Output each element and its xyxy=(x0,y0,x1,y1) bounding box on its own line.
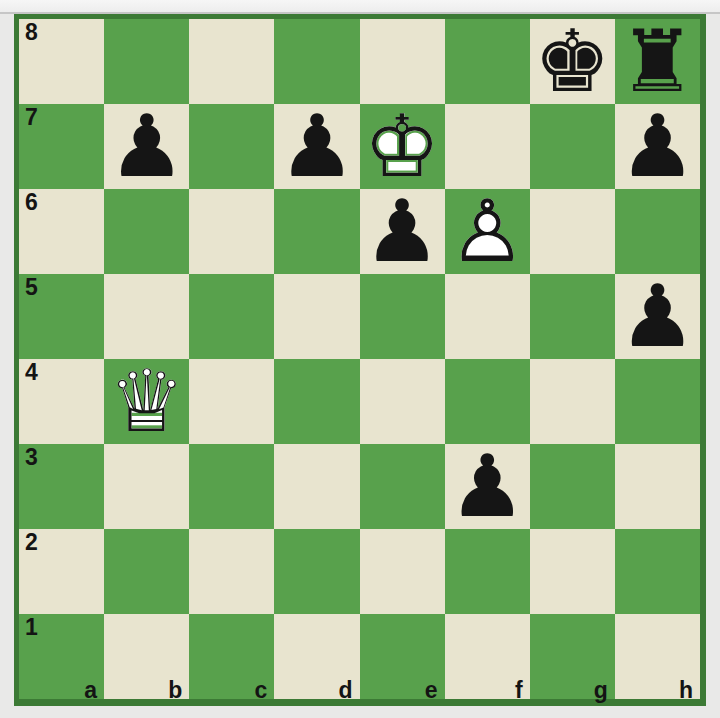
black-pawn[interactable]: ♟ xyxy=(615,274,700,359)
square-d3[interactable] xyxy=(274,444,359,529)
square-g1[interactable]: g xyxy=(530,614,615,699)
square-c2[interactable] xyxy=(189,529,274,614)
square-f7[interactable] xyxy=(445,104,530,189)
file-label-c: c xyxy=(255,677,268,703)
square-c8[interactable] xyxy=(189,19,274,104)
square-e2[interactable] xyxy=(360,529,445,614)
black-rook-glyph: ♜ xyxy=(619,19,696,104)
square-f5[interactable] xyxy=(445,274,530,359)
black-pawn[interactable]: ♟ xyxy=(360,189,445,274)
file-label-f: f xyxy=(515,677,523,703)
square-a8[interactable]: 8 xyxy=(19,19,104,104)
square-e1[interactable]: e xyxy=(360,614,445,699)
square-d4[interactable] xyxy=(274,359,359,444)
square-g4[interactable] xyxy=(530,359,615,444)
black-pawn-glyph: ♟ xyxy=(278,104,355,189)
square-h7[interactable]: ♟ xyxy=(615,104,700,189)
square-g6[interactable] xyxy=(530,189,615,274)
file-label-g: g xyxy=(594,677,608,703)
square-g7[interactable] xyxy=(530,104,615,189)
square-h3[interactable] xyxy=(615,444,700,529)
black-pawn-glyph: ♟ xyxy=(364,189,441,274)
square-b5[interactable] xyxy=(104,274,189,359)
rank-label-3: 3 xyxy=(25,444,38,470)
chess-board-frame: 8♚♜7♟♟♚♔♟6♟♟♙5♟4♛♕3♟21abcdefgh xyxy=(14,14,706,706)
rank-label-2: 2 xyxy=(25,529,38,555)
square-e6[interactable]: ♟ xyxy=(360,189,445,274)
square-d1[interactable]: d xyxy=(274,614,359,699)
black-pawn-glyph: ♟ xyxy=(619,274,696,359)
black-king-glyph: ♚ xyxy=(534,19,611,104)
square-a2[interactable]: 2 xyxy=(19,529,104,614)
rank-label-6: 6 xyxy=(25,189,38,215)
black-pawn-glyph: ♟ xyxy=(449,444,526,529)
square-d2[interactable] xyxy=(274,529,359,614)
square-e3[interactable] xyxy=(360,444,445,529)
square-d7[interactable]: ♟ xyxy=(274,104,359,189)
file-label-b: b xyxy=(168,677,182,703)
square-h6[interactable] xyxy=(615,189,700,274)
square-e4[interactable] xyxy=(360,359,445,444)
square-d5[interactable] xyxy=(274,274,359,359)
square-g2[interactable] xyxy=(530,529,615,614)
square-e5[interactable] xyxy=(360,274,445,359)
square-a6[interactable]: 6 xyxy=(19,189,104,274)
square-f6[interactable]: ♟♙ xyxy=(445,189,530,274)
square-f3[interactable]: ♟ xyxy=(445,444,530,529)
file-label-d: d xyxy=(338,677,352,703)
square-g3[interactable] xyxy=(530,444,615,529)
white-queen[interactable]: ♛♕ xyxy=(104,359,189,444)
square-a5[interactable]: 5 xyxy=(19,274,104,359)
square-a4[interactable]: 4 xyxy=(19,359,104,444)
file-label-e: e xyxy=(425,677,438,703)
chess-board: 8♚♜7♟♟♚♔♟6♟♟♙5♟4♛♕3♟21abcdefgh xyxy=(19,19,700,699)
rank-label-4: 4 xyxy=(25,359,38,385)
square-b4[interactable]: ♛♕ xyxy=(104,359,189,444)
square-h4[interactable] xyxy=(615,359,700,444)
black-pawn[interactable]: ♟ xyxy=(615,104,700,189)
square-g5[interactable] xyxy=(530,274,615,359)
square-d8[interactable] xyxy=(274,19,359,104)
black-rook[interactable]: ♜ xyxy=(615,19,700,104)
square-h8[interactable]: ♜ xyxy=(615,19,700,104)
white-king-outline: ♔ xyxy=(364,104,441,189)
square-h2[interactable] xyxy=(615,529,700,614)
white-pawn[interactable]: ♟♙ xyxy=(445,189,530,274)
top-strip xyxy=(0,0,720,14)
square-b8[interactable] xyxy=(104,19,189,104)
rank-label-8: 8 xyxy=(25,19,38,45)
square-f1[interactable]: f xyxy=(445,614,530,699)
square-c7[interactable] xyxy=(189,104,274,189)
square-g8[interactable]: ♚ xyxy=(530,19,615,104)
black-pawn-glyph: ♟ xyxy=(619,104,696,189)
square-b3[interactable] xyxy=(104,444,189,529)
square-h1[interactable]: h xyxy=(615,614,700,699)
square-f2[interactable] xyxy=(445,529,530,614)
white-queen-outline: ♕ xyxy=(108,359,185,444)
square-d6[interactable] xyxy=(274,189,359,274)
square-a3[interactable]: 3 xyxy=(19,444,104,529)
rank-label-1: 1 xyxy=(25,614,38,640)
square-b7[interactable]: ♟ xyxy=(104,104,189,189)
square-b2[interactable] xyxy=(104,529,189,614)
black-pawn[interactable]: ♟ xyxy=(445,444,530,529)
square-e8[interactable] xyxy=(360,19,445,104)
white-pawn-outline: ♙ xyxy=(449,189,526,274)
square-a1[interactable]: 1a xyxy=(19,614,104,699)
square-c5[interactable] xyxy=(189,274,274,359)
square-f8[interactable] xyxy=(445,19,530,104)
square-h5[interactable]: ♟ xyxy=(615,274,700,359)
white-king[interactable]: ♚♔ xyxy=(360,104,445,189)
square-c3[interactable] xyxy=(189,444,274,529)
square-b1[interactable]: b xyxy=(104,614,189,699)
file-label-h: h xyxy=(679,677,693,703)
black-pawn-glyph: ♟ xyxy=(108,104,185,189)
black-pawn[interactable]: ♟ xyxy=(104,104,189,189)
black-king[interactable]: ♚ xyxy=(530,19,615,104)
square-b6[interactable] xyxy=(104,189,189,274)
file-label-a: a xyxy=(84,677,97,703)
square-f4[interactable] xyxy=(445,359,530,444)
square-e7[interactable]: ♚♔ xyxy=(360,104,445,189)
rank-label-5: 5 xyxy=(25,274,38,300)
square-c1[interactable]: c xyxy=(189,614,274,699)
black-pawn[interactable]: ♟ xyxy=(274,104,359,189)
rank-label-7: 7 xyxy=(25,104,38,130)
square-c6[interactable] xyxy=(189,189,274,274)
square-a7[interactable]: 7 xyxy=(19,104,104,189)
square-c4[interactable] xyxy=(189,359,274,444)
